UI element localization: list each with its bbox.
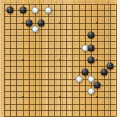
grid-line-vertical [85,4,86,116]
star-point [22,96,24,98]
black-stone [100,69,107,76]
black-stone [88,32,95,39]
grid-line-vertical [72,4,73,116]
black-stone [88,44,95,51]
grid-line-horizontal [4,104,116,105]
go-board[interactable] [0,0,117,117]
grid-line-vertical [110,4,111,116]
grid-line-horizontal [4,116,116,117]
star-point [59,22,61,24]
white-stone [88,88,95,95]
black-stone [106,63,113,70]
star-point [22,22,24,24]
grid-line-horizontal [4,110,116,111]
star-point [59,59,61,61]
grid-line-vertical [66,4,67,116]
black-stone [25,19,32,26]
star-point [96,96,98,98]
grid-line-horizontal [4,91,116,92]
window-border [117,0,120,117]
black-stone [94,81,101,88]
white-stone [88,75,95,82]
star-point [59,96,61,98]
grid-line-horizontal [4,79,116,80]
black-stone [81,69,88,76]
star-point [22,59,24,61]
grid-line-vertical [104,4,105,116]
black-stone [7,7,14,14]
grid-line-vertical [79,4,80,116]
go-game-screenshot [0,0,120,117]
black-stone [19,7,26,14]
white-stone [75,75,82,82]
black-stone [38,19,45,26]
black-stone [88,56,95,63]
white-stone [32,25,39,32]
star-point [96,59,98,61]
grid-line-horizontal [4,66,116,67]
white-stone [32,7,39,14]
white-stone [44,7,51,14]
star-point [96,22,98,24]
